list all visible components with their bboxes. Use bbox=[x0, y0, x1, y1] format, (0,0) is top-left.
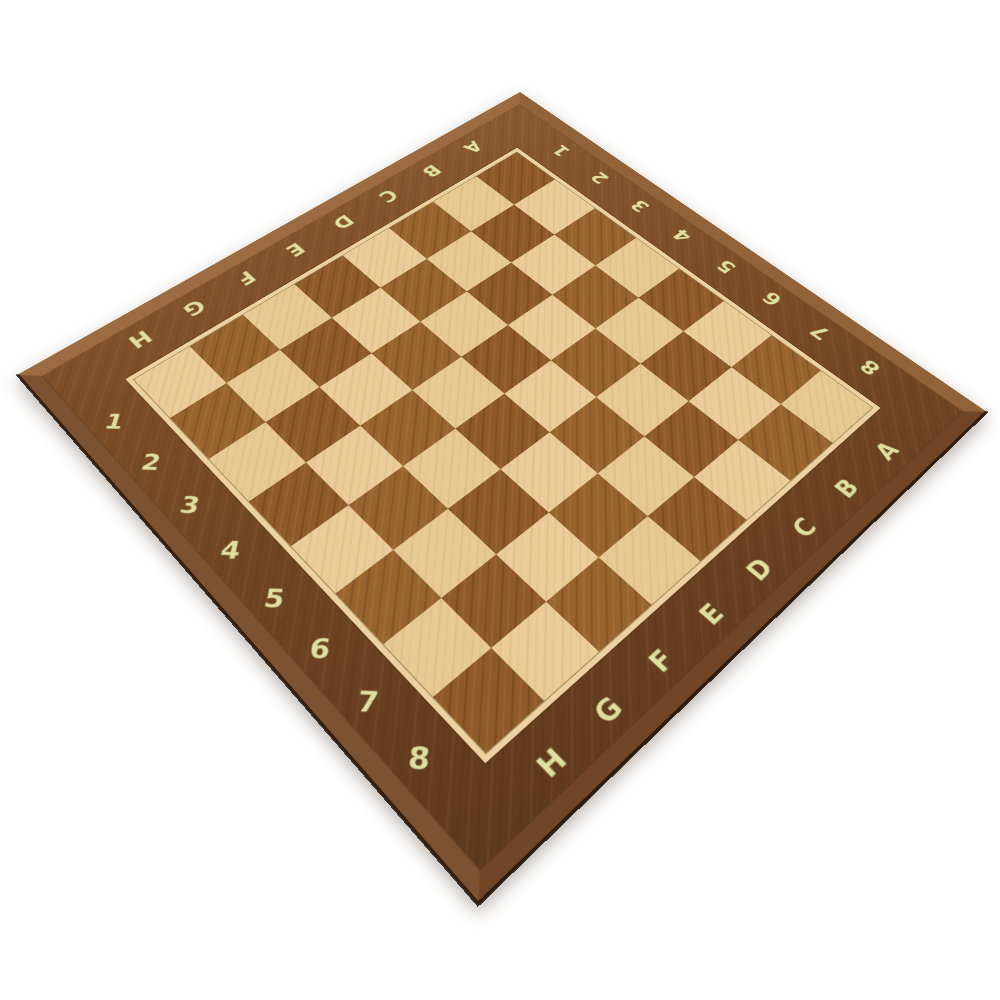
board-shadow-wrapper: 11AA22BB33CC44DD55EE66FF77GG88HH bbox=[0, 0, 1000, 1000]
playing-field bbox=[134, 152, 872, 753]
photo-background: 11AA22BB33CC44DD55EE66FF77GG88HH bbox=[0, 0, 1000, 1000]
chessboard: 11AA22BB33CC44DD55EE66FF77GG88HH bbox=[17, 92, 987, 905]
